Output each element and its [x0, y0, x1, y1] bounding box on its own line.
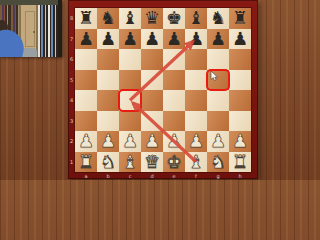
square-h6[interactable]: [229, 49, 251, 70]
piece-black-bishop[interactable]: ♝: [119, 8, 141, 29]
square-d3[interactable]: [141, 111, 163, 132]
square-h1[interactable]: ♜: [229, 152, 251, 173]
piece-black-pawn[interactable]: ♟: [119, 29, 141, 50]
square-h4[interactable]: [229, 90, 251, 111]
chair: [22, 48, 37, 57]
piece-white-rook[interactable]: ♜: [75, 152, 97, 173]
square-b7[interactable]: ♟: [97, 29, 119, 50]
board-grid[interactable]: ♜♞♝♛♚♝♞♜♟♟♟♟♟♟♟♟♟♟♟♟♟♟♟♟♜♞♝♛♚♝♞♜: [75, 8, 251, 172]
rank-label-3: 3: [68, 118, 75, 124]
piece-black-pawn[interactable]: ♟: [185, 29, 207, 50]
square-d8[interactable]: ♛: [141, 8, 163, 29]
piece-white-bishop[interactable]: ♝: [119, 152, 141, 173]
square-g2[interactable]: ♟: [207, 131, 229, 152]
piece-white-pawn[interactable]: ♟: [141, 131, 163, 152]
piece-white-pawn[interactable]: ♟: [229, 131, 251, 152]
square-d2[interactable]: ♟: [141, 131, 163, 152]
square-g3[interactable]: [207, 111, 229, 132]
piece-black-bishop[interactable]: ♝: [185, 8, 207, 29]
file-label-a: a: [84, 173, 87, 179]
square-a7[interactable]: ♟: [75, 29, 97, 50]
square-e7[interactable]: ♟: [163, 29, 185, 50]
piece-white-pawn[interactable]: ♟: [97, 131, 119, 152]
square-f7[interactable]: ♟: [185, 29, 207, 50]
square-g8[interactable]: ♞: [207, 8, 229, 29]
piece-white-pawn[interactable]: ♟: [207, 131, 229, 152]
rank-label-2: 2: [68, 138, 75, 144]
door-panel: [25, 11, 35, 47]
file-label-e: e: [172, 173, 175, 179]
bookshelf-right: [38, 5, 58, 57]
rank-label-4: 4: [68, 97, 75, 103]
square-b5[interactable]: [97, 70, 119, 91]
square-d5[interactable]: [141, 70, 163, 91]
square-e4[interactable]: [163, 90, 185, 111]
piece-black-rook[interactable]: ♜: [229, 8, 251, 29]
square-d7[interactable]: ♟: [141, 29, 163, 50]
piece-black-rook[interactable]: ♜: [75, 8, 97, 29]
square-h5[interactable]: [229, 70, 251, 91]
video-frame: { "game": "chess", "position": "rnbqkbnr…: [0, 0, 320, 180]
piece-white-pawn[interactable]: ♟: [75, 131, 97, 152]
webcam-edge: [58, 0, 62, 57]
square-f5[interactable]: [185, 70, 207, 91]
rank-label-5: 5: [68, 77, 75, 83]
square-a4[interactable]: [75, 90, 97, 111]
piece-white-pawn[interactable]: ♟: [163, 131, 185, 152]
piece-black-pawn[interactable]: ♟: [141, 29, 163, 50]
square-c5[interactable]: [119, 70, 141, 91]
square-f8[interactable]: ♝: [185, 8, 207, 29]
piece-black-king[interactable]: ♚: [163, 8, 185, 29]
square-f1[interactable]: ♝: [185, 152, 207, 173]
rank-label-7: 7: [68, 36, 75, 42]
piece-white-queen[interactable]: ♛: [141, 152, 163, 173]
square-e6[interactable]: [163, 49, 185, 70]
square-a1[interactable]: ♜: [75, 152, 97, 173]
square-e2[interactable]: ♟: [163, 131, 185, 152]
piece-white-bishop[interactable]: ♝: [185, 152, 207, 173]
piece-white-king[interactable]: ♚: [163, 152, 185, 173]
file-label-g: g: [216, 173, 219, 179]
piece-black-pawn[interactable]: ♟: [163, 29, 185, 50]
rank-label-1: 1: [68, 159, 75, 165]
file-label-c: c: [129, 173, 132, 179]
square-g7[interactable]: ♟: [207, 29, 229, 50]
square-b2[interactable]: ♟: [97, 131, 119, 152]
file-label-h: h: [238, 173, 241, 179]
square-a6[interactable]: [75, 49, 97, 70]
square-d4[interactable]: [141, 90, 163, 111]
square-e5[interactable]: [163, 70, 185, 91]
webcam-overlay: [0, 0, 62, 57]
piece-black-pawn[interactable]: ♟: [229, 29, 251, 50]
square-e3[interactable]: [163, 111, 185, 132]
square-b4[interactable]: [97, 90, 119, 111]
door-knob: [33, 31, 35, 33]
square-a8[interactable]: ♜: [75, 8, 97, 29]
square-h2[interactable]: ♟: [229, 131, 251, 152]
square-c7[interactable]: ♟: [119, 29, 141, 50]
square-b3[interactable]: [97, 111, 119, 132]
rank-label-8: 8: [68, 15, 75, 21]
square-a5[interactable]: [75, 70, 97, 91]
piece-black-pawn[interactable]: ♟: [97, 29, 119, 50]
square-h3[interactable]: [229, 111, 251, 132]
square-g5[interactable]: [207, 70, 229, 91]
piece-white-rook[interactable]: ♜: [229, 152, 251, 173]
square-g4[interactable]: [207, 90, 229, 111]
square-g1[interactable]: ♞: [207, 152, 229, 173]
square-f3[interactable]: [185, 111, 207, 132]
square-g6[interactable]: [207, 49, 229, 70]
square-h7[interactable]: ♟: [229, 29, 251, 50]
piece-white-pawn[interactable]: ♟: [185, 131, 207, 152]
piece-black-knight[interactable]: ♞: [207, 8, 229, 29]
square-c1[interactable]: ♝: [119, 152, 141, 173]
square-e1[interactable]: ♚: [163, 152, 185, 173]
square-b6[interactable]: [97, 49, 119, 70]
square-b1[interactable]: ♞: [97, 152, 119, 173]
square-c8[interactable]: ♝: [119, 8, 141, 29]
piece-white-knight[interactable]: ♞: [97, 152, 119, 173]
piece-black-pawn[interactable]: ♟: [75, 29, 97, 50]
file-label-b: b: [106, 173, 109, 179]
piece-white-knight[interactable]: ♞: [207, 152, 229, 173]
square-a2[interactable]: ♟: [75, 131, 97, 152]
square-e8[interactable]: ♚: [163, 8, 185, 29]
piece-black-pawn[interactable]: ♟: [207, 29, 229, 50]
file-label-f: f: [195, 173, 197, 179]
square-b8[interactable]: ♞: [97, 8, 119, 29]
square-a3[interactable]: [75, 111, 97, 132]
rank-label-6: 6: [68, 56, 75, 62]
file-label-d: d: [150, 173, 153, 179]
square-f6[interactable]: [185, 49, 207, 70]
square-c2[interactable]: ♟: [119, 131, 141, 152]
square-f2[interactable]: ♟: [185, 131, 207, 152]
piece-white-pawn[interactable]: ♟: [119, 131, 141, 152]
piece-black-queen[interactable]: ♛: [141, 8, 163, 29]
square-c4[interactable]: [119, 90, 141, 111]
square-d1[interactable]: ♛: [141, 152, 163, 173]
square-c3[interactable]: [119, 111, 141, 132]
piece-black-knight[interactable]: ♞: [97, 8, 119, 29]
square-h8[interactable]: ♜: [229, 8, 251, 29]
square-d6[interactable]: [141, 49, 163, 70]
square-f4[interactable]: [185, 90, 207, 111]
chess-board[interactable]: 87654321 abcdefgh ♜♞♝♛♚♝♞♜♟♟♟♟♟♟♟♟♟♟♟♟♟♟…: [68, 0, 258, 179]
square-c6[interactable]: [119, 49, 141, 70]
